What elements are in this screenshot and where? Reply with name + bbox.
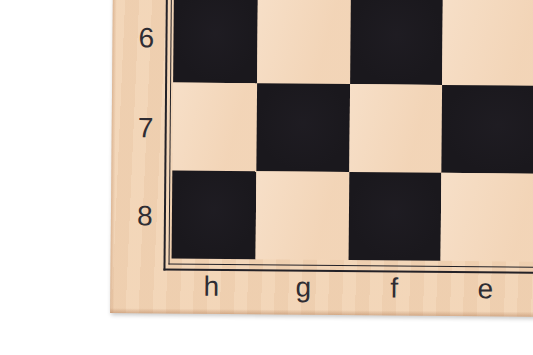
- rank-label-7: 7: [131, 114, 161, 142]
- square-g6: [257, 0, 351, 84]
- rank-label-6: 6: [131, 24, 161, 52]
- square-e7: [441, 85, 533, 174]
- square-h6: [173, 0, 258, 83]
- square-f6: [350, 0, 443, 85]
- chessboard: 6 7 8 h g f e: [110, 0, 533, 317]
- squares-grid: [172, 0, 533, 262]
- square-g7: [256, 83, 350, 172]
- square-h7: [172, 83, 257, 172]
- square-e8: [441, 173, 533, 262]
- file-label-e: e: [467, 275, 503, 303]
- square-f8: [349, 172, 442, 261]
- rank-label-8: 8: [130, 202, 160, 230]
- photo-background: 6 7 8 h g f e: [0, 0, 533, 355]
- file-label-g: g: [285, 274, 321, 302]
- square-e6: [442, 0, 533, 86]
- file-label-f: f: [376, 274, 412, 302]
- square-f7: [349, 84, 442, 173]
- square-g8: [256, 171, 350, 260]
- square-h8: [172, 171, 257, 260]
- file-label-h: h: [193, 273, 229, 301]
